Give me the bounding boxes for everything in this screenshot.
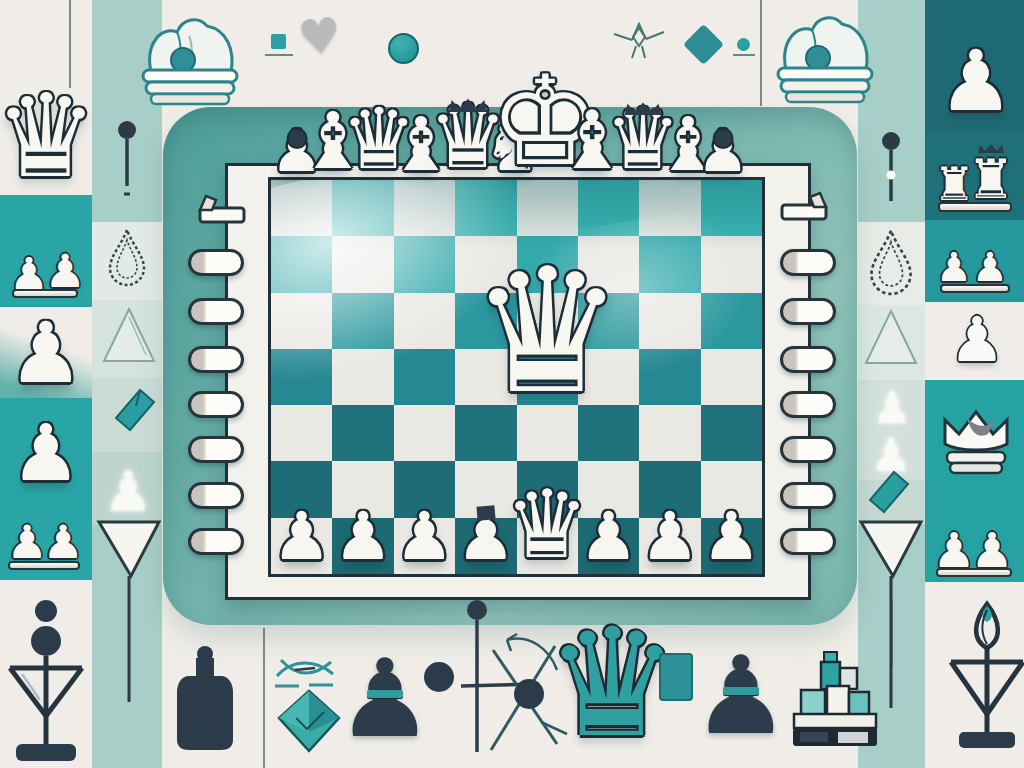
triangle-sketch-icon-left: [100, 303, 158, 367]
tab-left-2: [188, 298, 244, 325]
tab-right-5: [780, 436, 836, 463]
bottom-divider-right: [891, 600, 893, 666]
teal-dot-icon: [737, 38, 750, 51]
canvas: ♛♟♟♟♟♛♟♟♟ ♥: [0, 0, 1024, 768]
pawn-teal-band-1: [367, 690, 403, 698]
dark-ball-icon: [424, 662, 454, 692]
ghost-pawn-icon-right-1: ♟: [872, 388, 912, 428]
tab-left-7: [188, 528, 244, 555]
decor-right-shelf-pawn-1: ♟: [934, 249, 974, 286]
lineup-pawn-11: ♟: [685, 125, 761, 178]
tab-left-4: [188, 391, 244, 418]
pin-icon-right: [880, 131, 902, 207]
big-queen-queen: ♛: [449, 253, 645, 411]
page-curl-right: [778, 191, 834, 223]
tab-right-6: [780, 482, 836, 509]
tab-right-4: [780, 391, 836, 418]
stacked-castle-gadget: [791, 648, 879, 748]
decor-left-shelf2-pawn-2: ♟: [42, 521, 84, 563]
tab-left-1: [188, 249, 244, 276]
square-r4c2: [394, 405, 456, 462]
teal-dot-underline: [733, 54, 755, 56]
teal-ball-icon: [388, 33, 419, 64]
bird-sketch-icon: [612, 20, 666, 62]
dark-candle-martini-piece: [943, 600, 1024, 760]
pin-icon-left: [116, 120, 138, 200]
tab-right-2: [780, 298, 836, 325]
dark-pawn-bottom-2: ♟: [687, 646, 795, 745]
page-curl-left: [192, 194, 248, 226]
tab-left-3: [188, 346, 244, 373]
tab-right-7: [780, 528, 836, 555]
decor-right-rook-2: ♜: [966, 155, 1016, 205]
water-drop-icon-right: [866, 226, 916, 302]
teal-square-underline: [265, 54, 293, 56]
left-shelf-top: [12, 289, 78, 298]
dark-head: [713, 128, 734, 149]
white-crown-icon: [941, 406, 1011, 486]
water-drop-icon-left: [106, 226, 148, 292]
turban-bowl-icon-left: [137, 10, 241, 108]
decor-left-shelf-pawn-2: ♟: [44, 250, 86, 292]
funnel-icon-left: [95, 518, 163, 708]
teal-paper-icon-right: [866, 468, 912, 516]
tab-right-3: [780, 346, 836, 373]
dark-pawn-bottom-1: ♟: [331, 649, 439, 748]
triangle-sketch-icon-right: [862, 305, 920, 369]
square-r4c1: [332, 405, 394, 462]
square-r4c0: [271, 405, 333, 462]
pawn-teal-band-2: [723, 687, 759, 695]
teal-paper-icon-left: [112, 386, 158, 434]
dark-martini-piece: [4, 598, 88, 766]
tab-right-1: [780, 249, 836, 276]
decor-left-pawn-2: ♟: [6, 418, 86, 490]
tab-left-6: [188, 482, 244, 509]
right-shelf-rooks: [938, 202, 1012, 212]
board: ♛♟♟♟♟♛♟♟♟: [268, 177, 765, 577]
decor-right-shelf-pawn-2: ♟: [970, 249, 1010, 286]
heart-icon: ♥: [296, 12, 343, 60]
teal-diamond-icon: [683, 24, 724, 65]
x-doodle-icon: [273, 650, 337, 692]
right-shelf-pawns: [940, 284, 1010, 293]
ghost-pawn-icon-left: ♟: [102, 466, 154, 518]
square-r4c7: [701, 405, 763, 462]
top-line-right: [760, 0, 762, 106]
right-shelf-helmet: [936, 568, 1012, 577]
tab-left-5: [188, 436, 244, 463]
square-r4c6: [639, 405, 701, 462]
top-line-left: [69, 0, 71, 88]
decor-right-pawn-top: ♟: [932, 43, 1020, 120]
bottom-divider-left: [263, 628, 265, 768]
left-shelf-bottom: [8, 561, 80, 570]
teal-square-icon: [271, 34, 286, 49]
decor-right-helmet-pawn-2: ♟: [970, 528, 1014, 572]
turban-bowl-icon-right: [772, 8, 876, 106]
decor-right-outlined-pawn: ♟: [946, 311, 1008, 368]
dark-bottle-piece: [173, 645, 237, 751]
decor-left-queen: ♛: [0, 84, 116, 190]
decor-left-pawn-1: ♟: [2, 315, 90, 392]
board-piece-pawn: ♟: [686, 507, 765, 568]
